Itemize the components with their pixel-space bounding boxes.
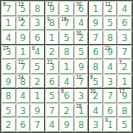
cell-r3c2[interactable]: 9 (17, 31, 30, 44)
cell-digit: 4 (93, 107, 99, 116)
cell-r7c5[interactable]: 68 (60, 89, 73, 102)
cage-sum: 9 (47, 17, 50, 22)
cell-digit: 9 (35, 107, 41, 116)
cell-r6c1[interactable]: 9 (2, 75, 15, 88)
cell-digit: 5 (64, 34, 70, 43)
cell-r9c7[interactable]: 3 (89, 118, 102, 131)
cell-r2c1[interactable]: 1 (2, 17, 15, 30)
cell-digit: 4 (64, 78, 70, 87)
block-divider-vertical-1 (44, 1, 45, 132)
cell-r7c2[interactable]: 4 (17, 89, 30, 102)
cell-r9c5[interactable]: 9 (60, 118, 73, 131)
cell-digit: 6 (35, 34, 41, 43)
cell-r9c2[interactable]: 6 (17, 118, 30, 131)
cell-r4c7[interactable]: 6 (89, 46, 102, 59)
cell-digit: 3 (93, 121, 99, 130)
cell-r1c4[interactable]: 912 (46, 2, 59, 15)
cell-r2c7[interactable]: 9 (89, 17, 102, 30)
cell-r5c9[interactable]: 23 (118, 60, 131, 73)
cage-sum: 6 (32, 46, 35, 51)
cell-digit: 6 (49, 78, 55, 87)
cage-sum: 21 (105, 46, 111, 51)
cell-r8c4[interactable]: 7 (46, 104, 59, 117)
cell-r8c6[interactable]: 128 (75, 104, 88, 117)
cell-r1c9[interactable]: 4 (118, 2, 131, 15)
cell-r8c1[interactable]: 5 (2, 104, 15, 117)
cell-r4c9[interactable]: 7 (118, 46, 131, 59)
block-divider-vertical-2 (88, 1, 89, 132)
cell-r5c5[interactable]: 1 (60, 60, 73, 73)
cell-r9c6[interactable]: 8 (75, 118, 88, 131)
cell-digit: 4 (35, 48, 41, 57)
cell-r5c8[interactable]: 4 (104, 60, 117, 73)
cell-r5c6[interactable]: 9 (75, 60, 88, 73)
cell-digit: 2 (122, 63, 128, 72)
cell-r8c7[interactable]: 4 (89, 104, 102, 117)
cell-r2c5[interactable]: 718 (60, 17, 73, 30)
cell-digit: 8 (107, 34, 113, 43)
cell-digit: 6 (93, 48, 99, 57)
cell-r3c5[interactable]: 5 (60, 31, 73, 44)
cage-sum: 28 (76, 104, 82, 109)
cell-r5c3[interactable]: 5 (31, 60, 44, 73)
cell-digit: 2 (35, 78, 41, 87)
cell-digit: 1 (64, 63, 70, 72)
cell-digit: 2 (49, 48, 55, 57)
cell-r3c6[interactable]: 230 (75, 31, 88, 44)
cell-r5c1[interactable]: 6 (2, 60, 15, 73)
cell-digit: 9 (20, 34, 26, 43)
cell-r9c3[interactable]: 7 (31, 118, 44, 131)
cell-r3c3[interactable]: 6 (31, 31, 44, 44)
cell-r6c7[interactable]: 58 (89, 75, 102, 88)
cell-r1c8[interactable]: 212 (104, 2, 117, 15)
cell-r9c1[interactable]: 2 (2, 118, 15, 131)
cell-r9c8[interactable]: 19 (104, 118, 117, 131)
cage-sum: 8 (3, 2, 6, 7)
cell-r4c3[interactable]: 46 (31, 46, 44, 59)
cell-r5c7[interactable]: 8 (89, 60, 102, 73)
cell-r1c2[interactable]: 513 (17, 2, 30, 15)
cell-r2c4[interactable]: 89 (46, 17, 59, 30)
cell-digit: 1 (93, 5, 99, 14)
cell-digit: 3 (20, 107, 26, 116)
cell-digit: 9 (64, 121, 70, 130)
cell-digit: 8 (78, 121, 84, 130)
cell-digit: 7 (35, 121, 41, 130)
cell-r6c9[interactable]: 1 (118, 75, 131, 88)
cell-digit: 4 (49, 121, 55, 130)
cell-r1c1[interactable]: 78 (2, 2, 15, 15)
cell-digit: 3 (78, 92, 84, 101)
cell-digit: 2 (64, 107, 70, 116)
cage-sum: 10 (76, 75, 82, 80)
cell-digit: 1 (107, 121, 113, 130)
cell-digit: 9 (78, 63, 84, 72)
cell-digit: 9 (93, 19, 99, 28)
cell-r7c8[interactable]: 7 (104, 89, 117, 102)
cell-r3c1[interactable]: 4 (2, 31, 15, 44)
cage-sum: 27 (3, 46, 9, 51)
cell-r7c9[interactable]: 917 (118, 89, 131, 102)
cell-r6c4[interactable]: 6 (46, 75, 59, 88)
cage-sum: 18 (61, 17, 67, 22)
cell-digit: 7 (93, 34, 99, 43)
cell-digit: 7 (122, 48, 128, 57)
cage-sum: 12 (47, 2, 53, 7)
cell-digit: 7 (49, 107, 55, 116)
block-divider-horizontal-2 (1, 88, 132, 89)
cell-r3c7[interactable]: 7 (89, 31, 102, 44)
cage-sum: 14 (18, 75, 24, 80)
cell-r1c7[interactable]: 1 (89, 2, 102, 15)
cell-digit: 9 (5, 78, 11, 87)
cell-digit: 1 (35, 92, 41, 101)
cell-r4c5[interactable]: 8 (60, 46, 73, 59)
cell-r6c8[interactable]: 3 (104, 75, 117, 88)
cell-r8c3[interactable]: 9 (31, 104, 44, 117)
cell-r1c6[interactable]: 630 (75, 2, 88, 15)
cell-r4c1[interactable]: 327 (2, 46, 15, 59)
cell-r6c5[interactable]: 4 (60, 75, 73, 88)
cell-digit: 3 (107, 78, 113, 87)
cell-r8c9[interactable]: 8 (118, 104, 131, 117)
cage-sum: 17 (119, 89, 125, 94)
cell-r3c8[interactable]: 8 (104, 31, 117, 44)
cell-digit: 3 (35, 19, 41, 28)
cell-r3c4[interactable]: 1 (46, 31, 59, 44)
cell-r4c6[interactable]: 5 (75, 46, 88, 59)
cage-sum: 21 (47, 60, 53, 65)
cell-r4c2[interactable]: 1 (17, 46, 30, 59)
cell-digit: 8 (35, 5, 41, 14)
cell-digit: 5 (5, 107, 11, 116)
cell-r1c3[interactable]: 8 (31, 2, 44, 15)
sudoku-board: 7851389123630121241214389718495649615230… (0, 0, 133, 133)
cell-digit: 1 (122, 78, 128, 87)
cell-r3c9[interactable]: 3 (118, 31, 131, 44)
cage-sum: 9 (105, 118, 108, 123)
cell-digit: 8 (49, 19, 55, 28)
cell-r9c9[interactable]: 5 (118, 118, 131, 131)
cell-r8c2[interactable]: 3 (17, 104, 30, 117)
cell-r5c2[interactable]: 712 (17, 60, 30, 73)
cell-digit: 4 (78, 19, 84, 28)
cell-r7c3[interactable]: 1 (31, 89, 44, 102)
cage-sum: 13 (18, 2, 24, 7)
cell-digit: 8 (64, 48, 70, 57)
cell-digit: 2 (5, 121, 11, 130)
cell-r2c6[interactable]: 4 (75, 17, 88, 30)
cell-r4c4[interactable]: 2 (46, 46, 59, 59)
cell-digit: 6 (122, 19, 128, 28)
cage-sum: 12 (105, 2, 111, 7)
cell-digit: 5 (122, 121, 128, 130)
cell-digit: 5 (93, 78, 99, 87)
cell-r2c8[interactable]: 5 (104, 17, 117, 30)
cell-digit: 4 (122, 5, 128, 14)
cell-digit: 5 (35, 63, 41, 72)
cell-digit: 6 (64, 92, 70, 101)
cell-digit: 6 (20, 121, 26, 130)
cell-digit: 6 (107, 107, 113, 116)
cell-r9c4[interactable]: 4 (46, 118, 59, 131)
cage-sum: 8 (61, 89, 64, 94)
cell-r7c1[interactable]: 8 (2, 89, 15, 102)
cell-r6c3[interactable]: 2 (31, 75, 44, 88)
cell-r6c6[interactable]: 710 (75, 75, 88, 88)
cell-digit: 5 (78, 48, 84, 57)
cage-sum: 8 (90, 75, 93, 80)
cell-digit: 6 (5, 63, 11, 72)
cell-digit: 1 (49, 34, 55, 43)
cell-r2c3[interactable]: 3 (31, 17, 44, 30)
cell-digit: 7 (107, 92, 113, 101)
cage-sum: 30 (76, 2, 82, 7)
cell-r5c4[interactable]: 321 (46, 60, 59, 73)
cell-r2c9[interactable]: 6 (118, 17, 131, 30)
cage-sum: 20 (90, 89, 96, 94)
block-divider-horizontal-1 (1, 44, 132, 45)
cell-r1c5[interactable]: 3 (60, 2, 73, 15)
cell-r8c5[interactable]: 2 (60, 104, 73, 117)
cell-digit: 7 (5, 5, 11, 14)
cell-r8c8[interactable]: 6 (104, 104, 117, 117)
cell-r2c2[interactable]: 214 (17, 17, 30, 30)
cell-digit: 5 (49, 92, 55, 101)
cell-digit: 8 (5, 92, 11, 101)
cell-digit: 1 (20, 48, 26, 57)
cell-r7c4[interactable]: 5 (46, 89, 59, 102)
cell-r4c8[interactable]: 921 (104, 46, 117, 59)
cell-digit: 3 (122, 34, 128, 43)
cell-r7c7[interactable]: 220 (89, 89, 102, 102)
cell-digit: 8 (122, 107, 128, 116)
cell-r7c6[interactable]: 3 (75, 89, 88, 102)
cell-digit: 8 (93, 63, 99, 72)
cell-digit: 4 (107, 63, 113, 72)
cage-sum: 14 (18, 17, 24, 22)
cell-digit: 4 (5, 34, 11, 43)
cell-digit: 3 (64, 5, 70, 14)
cell-digit: 4 (20, 92, 26, 101)
cage-sum: 30 (76, 31, 82, 36)
cell-r6c2[interactable]: 814 (17, 75, 30, 88)
cell-digit: 5 (107, 19, 113, 28)
cage-sum: 12 (18, 60, 24, 65)
cell-digit: 1 (5, 19, 11, 28)
